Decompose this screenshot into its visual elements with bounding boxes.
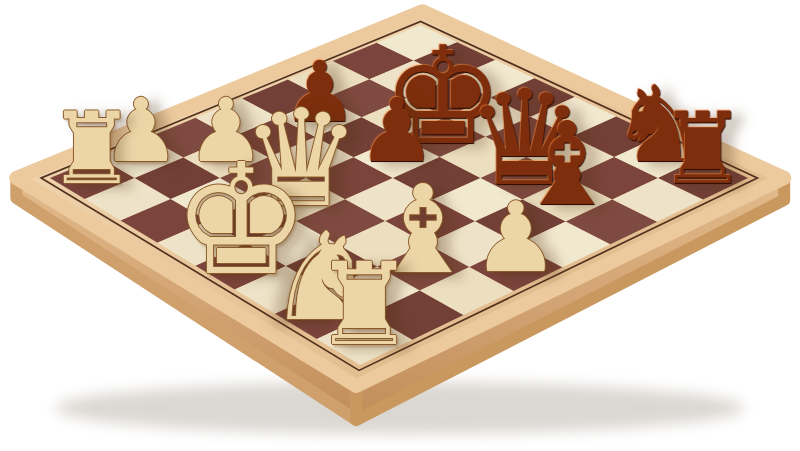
wooden-chess-set-photo: ♟♚♞♟♟♟♜♛♜♛♝♚♝♟♞♜ xyxy=(0,0,800,451)
chess-board xyxy=(0,0,800,451)
